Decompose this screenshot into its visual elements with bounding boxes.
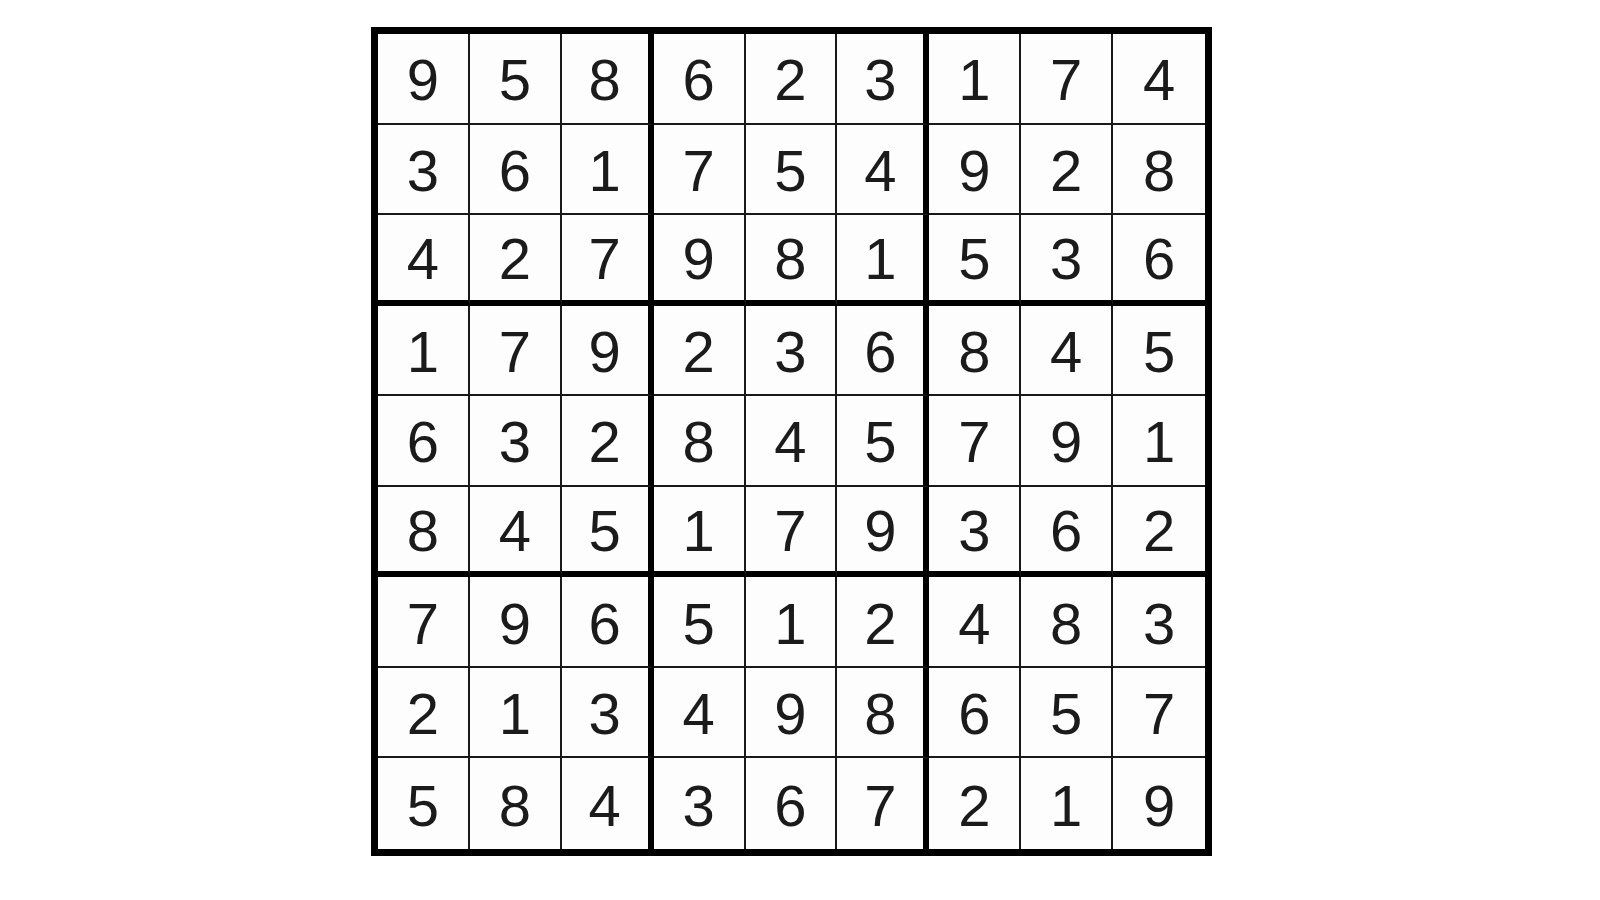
cell-r7c8[interactable]: 8 bbox=[1021, 577, 1113, 668]
cell-r5c7[interactable]: 7 bbox=[929, 396, 1021, 487]
cell-digit: 9 bbox=[682, 230, 714, 288]
cell-digit: 3 bbox=[864, 51, 896, 109]
cell-r4c6[interactable]: 6 bbox=[837, 306, 929, 397]
cell-r7c9[interactable]: 3 bbox=[1113, 577, 1205, 668]
sudoku-board: 9586231743617549284279815361792368456328… bbox=[371, 27, 1212, 856]
cell-r3c1[interactable]: 4 bbox=[378, 215, 470, 306]
cell-r1c9[interactable]: 4 bbox=[1113, 34, 1205, 125]
cell-r6c2[interactable]: 4 bbox=[470, 487, 562, 578]
cell-digit: 2 bbox=[958, 777, 990, 835]
cell-r1c3[interactable]: 8 bbox=[562, 34, 654, 125]
cell-r8c3[interactable]: 3 bbox=[562, 668, 654, 759]
cell-r8c6[interactable]: 8 bbox=[837, 668, 929, 759]
cell-digit: 8 bbox=[864, 685, 896, 743]
cell-r3c7[interactable]: 5 bbox=[929, 215, 1021, 306]
cell-digit: 9 bbox=[958, 142, 990, 200]
cell-r7c5[interactable]: 1 bbox=[746, 577, 838, 668]
cell-digit: 4 bbox=[958, 595, 990, 653]
cell-digit: 4 bbox=[774, 413, 806, 471]
cell-digit: 3 bbox=[1050, 230, 1082, 288]
cell-r9c8[interactable]: 1 bbox=[1021, 758, 1113, 849]
cell-digit: 1 bbox=[589, 142, 621, 200]
cell-r9c2[interactable]: 8 bbox=[470, 758, 562, 849]
cell-r2c6[interactable]: 4 bbox=[837, 125, 929, 216]
cell-r6c9[interactable]: 2 bbox=[1113, 487, 1205, 578]
cell-digit: 3 bbox=[407, 142, 439, 200]
cell-digit: 2 bbox=[407, 685, 439, 743]
cell-r9c7[interactable]: 2 bbox=[929, 758, 1021, 849]
cell-r4c7[interactable]: 8 bbox=[929, 306, 1021, 397]
cell-r3c6[interactable]: 1 bbox=[837, 215, 929, 306]
cell-r9c5[interactable]: 6 bbox=[746, 758, 838, 849]
cell-r9c4[interactable]: 3 bbox=[654, 758, 746, 849]
cell-digit: 5 bbox=[682, 595, 714, 653]
cell-r6c5[interactable]: 7 bbox=[746, 487, 838, 578]
cell-r7c2[interactable]: 9 bbox=[470, 577, 562, 668]
cell-r7c7[interactable]: 4 bbox=[929, 577, 1021, 668]
cell-r1c1[interactable]: 9 bbox=[378, 34, 470, 125]
cell-digit: 6 bbox=[1050, 502, 1082, 560]
cell-r8c2[interactable]: 1 bbox=[470, 668, 562, 759]
cell-digit: 9 bbox=[1143, 777, 1175, 835]
cell-digit: 4 bbox=[499, 502, 531, 560]
cell-digit: 1 bbox=[407, 323, 439, 381]
cell-digit: 5 bbox=[1050, 685, 1082, 743]
cell-digit: 3 bbox=[682, 777, 714, 835]
cell-digit: 4 bbox=[407, 230, 439, 288]
cell-r8c8[interactable]: 5 bbox=[1021, 668, 1113, 759]
cell-digit: 6 bbox=[1143, 230, 1175, 288]
cell-r6c8[interactable]: 6 bbox=[1021, 487, 1113, 578]
cell-digit: 5 bbox=[774, 142, 806, 200]
cell-digit: 6 bbox=[774, 777, 806, 835]
cell-r4c9[interactable]: 5 bbox=[1113, 306, 1205, 397]
cell-digit: 7 bbox=[589, 230, 621, 288]
cell-digit: 4 bbox=[589, 777, 621, 835]
cell-r3c5[interactable]: 8 bbox=[746, 215, 838, 306]
cell-r1c8[interactable]: 7 bbox=[1021, 34, 1113, 125]
cell-digit: 7 bbox=[499, 323, 531, 381]
cell-digit: 5 bbox=[589, 502, 621, 560]
cell-r7c4[interactable]: 5 bbox=[654, 577, 746, 668]
cell-digit: 9 bbox=[499, 595, 531, 653]
cell-r6c4[interactable]: 1 bbox=[654, 487, 746, 578]
cell-r7c6[interactable]: 2 bbox=[837, 577, 929, 668]
cell-digit: 3 bbox=[774, 323, 806, 381]
cell-digit: 7 bbox=[774, 502, 806, 560]
cell-r3c4[interactable]: 9 bbox=[654, 215, 746, 306]
cell-r2c2[interactable]: 6 bbox=[470, 125, 562, 216]
cell-digit: 2 bbox=[682, 323, 714, 381]
cell-digit: 3 bbox=[499, 413, 531, 471]
cell-r1c6[interactable]: 3 bbox=[837, 34, 929, 125]
cell-digit: 8 bbox=[499, 777, 531, 835]
cell-r2c9[interactable]: 8 bbox=[1113, 125, 1205, 216]
cell-digit: 4 bbox=[1050, 323, 1082, 381]
cell-digit: 6 bbox=[958, 685, 990, 743]
cell-r5c5[interactable]: 4 bbox=[746, 396, 838, 487]
cell-r3c8[interactable]: 3 bbox=[1021, 215, 1113, 306]
cell-r7c3[interactable]: 6 bbox=[562, 577, 654, 668]
cell-digit: 2 bbox=[1050, 142, 1082, 200]
cell-digit: 3 bbox=[1143, 595, 1175, 653]
cell-digit: 5 bbox=[864, 413, 896, 471]
cell-r8c4[interactable]: 4 bbox=[654, 668, 746, 759]
cell-r5c9[interactable]: 1 bbox=[1113, 396, 1205, 487]
cell-digit: 8 bbox=[1050, 595, 1082, 653]
cell-r5c2[interactable]: 3 bbox=[470, 396, 562, 487]
cell-r5c4[interactable]: 8 bbox=[654, 396, 746, 487]
cell-r2c7[interactable]: 9 bbox=[929, 125, 1021, 216]
cell-r3c2[interactable]: 2 bbox=[470, 215, 562, 306]
cell-digit: 7 bbox=[407, 595, 439, 653]
cell-digit: 3 bbox=[589, 685, 621, 743]
cell-digit: 6 bbox=[499, 142, 531, 200]
cell-digit: 1 bbox=[958, 51, 990, 109]
cell-digit: 5 bbox=[1143, 323, 1175, 381]
cell-digit: 8 bbox=[958, 323, 990, 381]
cell-r4c8[interactable]: 4 bbox=[1021, 306, 1113, 397]
cell-digit: 8 bbox=[774, 230, 806, 288]
cell-digit: 6 bbox=[407, 413, 439, 471]
cell-digit: 9 bbox=[589, 323, 621, 381]
cell-r1c7[interactable]: 1 bbox=[929, 34, 1021, 125]
cell-r8c9[interactable]: 7 bbox=[1113, 668, 1205, 759]
cell-r5c3[interactable]: 2 bbox=[562, 396, 654, 487]
cell-digit: 1 bbox=[774, 595, 806, 653]
cell-digit: 2 bbox=[499, 230, 531, 288]
cell-digit: 4 bbox=[682, 685, 714, 743]
cell-digit: 2 bbox=[774, 51, 806, 109]
cell-digit: 4 bbox=[1143, 51, 1175, 109]
cell-digit: 9 bbox=[864, 502, 896, 560]
cell-r5c8[interactable]: 9 bbox=[1021, 396, 1113, 487]
cell-digit: 3 bbox=[958, 502, 990, 560]
cell-digit: 8 bbox=[682, 413, 714, 471]
cell-digit: 1 bbox=[1143, 413, 1175, 471]
cell-r9c1[interactable]: 5 bbox=[378, 758, 470, 849]
cell-r2c3[interactable]: 1 bbox=[562, 125, 654, 216]
cell-r2c1[interactable]: 3 bbox=[378, 125, 470, 216]
cell-r8c5[interactable]: 9 bbox=[746, 668, 838, 759]
cell-digit: 6 bbox=[682, 51, 714, 109]
cell-digit: 1 bbox=[682, 502, 714, 560]
cell-digit: 9 bbox=[407, 51, 439, 109]
cell-digit: 1 bbox=[499, 685, 531, 743]
cell-r1c2[interactable]: 5 bbox=[470, 34, 562, 125]
cell-r2c4[interactable]: 7 bbox=[654, 125, 746, 216]
cell-digit: 9 bbox=[774, 685, 806, 743]
cell-r4c1[interactable]: 1 bbox=[378, 306, 470, 397]
cell-digit: 8 bbox=[407, 502, 439, 560]
cell-r1c4[interactable]: 6 bbox=[654, 34, 746, 125]
cell-digit: 5 bbox=[958, 230, 990, 288]
cell-r3c3[interactable]: 7 bbox=[562, 215, 654, 306]
cell-digit: 7 bbox=[682, 142, 714, 200]
cell-digit: 8 bbox=[589, 51, 621, 109]
cell-digit: 5 bbox=[499, 51, 531, 109]
cell-digit: 2 bbox=[1143, 502, 1175, 560]
cell-digit: 2 bbox=[589, 413, 621, 471]
cell-r4c5[interactable]: 3 bbox=[746, 306, 838, 397]
cell-r6c7[interactable]: 3 bbox=[929, 487, 1021, 578]
cell-r2c5[interactable]: 5 bbox=[746, 125, 838, 216]
cell-digit: 2 bbox=[864, 595, 896, 653]
cell-r6c3[interactable]: 5 bbox=[562, 487, 654, 578]
cell-r4c3[interactable]: 9 bbox=[562, 306, 654, 397]
cell-r4c4[interactable]: 2 bbox=[654, 306, 746, 397]
cell-r8c7[interactable]: 6 bbox=[929, 668, 1021, 759]
cell-digit: 7 bbox=[1143, 685, 1175, 743]
cell-digit: 1 bbox=[864, 230, 896, 288]
cell-r5c6[interactable]: 5 bbox=[837, 396, 929, 487]
cell-r5c1[interactable]: 6 bbox=[378, 396, 470, 487]
cell-digit: 7 bbox=[1050, 51, 1082, 109]
cell-r6c6[interactable]: 9 bbox=[837, 487, 929, 578]
cell-r9c3[interactable]: 4 bbox=[562, 758, 654, 849]
cell-digit: 9 bbox=[1050, 413, 1082, 471]
cell-digit: 8 bbox=[1143, 142, 1175, 200]
cell-r1c5[interactable]: 2 bbox=[746, 34, 838, 125]
cell-r6c1[interactable]: 8 bbox=[378, 487, 470, 578]
cell-r9c9[interactable]: 9 bbox=[1113, 758, 1205, 849]
cell-r4c2[interactable]: 7 bbox=[470, 306, 562, 397]
cell-digit: 7 bbox=[958, 413, 990, 471]
cell-r2c8[interactable]: 2 bbox=[1021, 125, 1113, 216]
cell-r3c9[interactable]: 6 bbox=[1113, 215, 1205, 306]
cell-r7c1[interactable]: 7 bbox=[378, 577, 470, 668]
cell-digit: 6 bbox=[589, 595, 621, 653]
cell-digit: 1 bbox=[1050, 777, 1082, 835]
cell-digit: 7 bbox=[864, 777, 896, 835]
cell-r8c1[interactable]: 2 bbox=[378, 668, 470, 759]
cell-digit: 5 bbox=[407, 777, 439, 835]
cell-r9c6[interactable]: 7 bbox=[837, 758, 929, 849]
cell-digit: 4 bbox=[864, 142, 896, 200]
cell-digit: 6 bbox=[864, 323, 896, 381]
